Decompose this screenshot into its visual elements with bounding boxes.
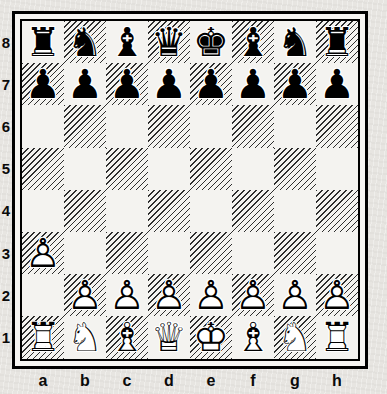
piece-white-knight[interactable]: ♞♘ <box>64 316 106 358</box>
piece-black-knight[interactable]: ♞♞ <box>64 21 106 63</box>
piece-black-pawn[interactable]: ♟♟ <box>190 63 232 105</box>
white-pawn-glyph: ♙ <box>148 275 190 315</box>
piece-backing: ♛ <box>148 22 190 62</box>
white-king-glyph: ♔ <box>190 317 232 357</box>
square-f4[interactable] <box>232 190 274 232</box>
piece-backing: ♟ <box>190 64 232 104</box>
square-b8[interactable]: ♞♞ <box>64 21 106 63</box>
square-f2[interactable]: ♟♙ <box>232 274 274 316</box>
square-b2[interactable]: ♟♙ <box>64 274 106 316</box>
square-c6[interactable] <box>106 105 148 147</box>
file-label-h: h <box>316 370 358 392</box>
piece-backing: ♜ <box>22 22 64 62</box>
white-knight-glyph: ♘ <box>274 317 316 357</box>
square-h2[interactable]: ♟♙ <box>316 274 358 316</box>
square-f5[interactable] <box>232 148 274 190</box>
black-pawn-glyph: ♟ <box>22 64 64 104</box>
black-knight-glyph: ♞ <box>64 22 106 62</box>
square-d2[interactable]: ♟♙ <box>148 274 190 316</box>
piece-backing: ♟ <box>106 64 148 104</box>
square-a7[interactable]: ♟♟ <box>22 63 64 105</box>
piece-white-king[interactable]: ♚♔ <box>190 316 232 358</box>
piece-backing: ♟ <box>232 275 274 315</box>
piece-white-pawn[interactable]: ♟♙ <box>64 274 106 316</box>
piece-black-rook[interactable]: ♜♜ <box>316 21 358 63</box>
piece-black-pawn[interactable]: ♟♟ <box>148 63 190 105</box>
square-g7[interactable]: ♟♟ <box>274 63 316 105</box>
piece-white-pawn[interactable]: ♟♙ <box>274 274 316 316</box>
piece-backing: ♞ <box>64 22 106 62</box>
square-h1[interactable]: ♜♖ <box>316 316 358 358</box>
piece-white-pawn[interactable]: ♟♙ <box>148 274 190 316</box>
piece-black-pawn[interactable]: ♟♟ <box>274 63 316 105</box>
piece-white-pawn[interactable]: ♟♙ <box>232 274 274 316</box>
white-pawn-glyph: ♙ <box>64 275 106 315</box>
piece-backing: ♜ <box>316 317 358 357</box>
piece-backing: ♝ <box>232 22 274 62</box>
square-c7[interactable]: ♟♟ <box>106 63 148 105</box>
piece-black-rook[interactable]: ♜♜ <box>22 21 64 63</box>
black-queen-glyph: ♛ <box>148 22 190 62</box>
piece-black-king[interactable]: ♚♚ <box>190 21 232 63</box>
piece-white-pawn[interactable]: ♟♙ <box>106 274 148 316</box>
square-a4[interactable] <box>22 190 64 232</box>
file-label-c: c <box>106 370 148 392</box>
square-c5[interactable] <box>106 148 148 190</box>
rank-label-5: 5 <box>0 148 12 190</box>
square-c1[interactable]: ♝♗ <box>106 316 148 358</box>
piece-backing: ♞ <box>274 22 316 62</box>
black-pawn-glyph: ♟ <box>316 64 358 104</box>
square-g4[interactable] <box>274 190 316 232</box>
piece-black-queen[interactable]: ♛♛ <box>148 21 190 63</box>
black-pawn-glyph: ♟ <box>148 64 190 104</box>
square-g2[interactable]: ♟♙ <box>274 274 316 316</box>
square-a8[interactable]: ♜♜ <box>22 21 64 63</box>
square-g3[interactable] <box>274 232 316 274</box>
board-frame: ♜♜♞♞♝♝♛♛♚♚♝♝♞♞♜♜♟♟♟♟♟♟♟♟♟♟♟♟♟♟♟♟♟♙♟♙♟♙♟♙… <box>12 11 368 369</box>
square-h4[interactable] <box>316 190 358 232</box>
piece-backing: ♟ <box>148 275 190 315</box>
piece-black-pawn[interactable]: ♟♟ <box>232 63 274 105</box>
square-d3[interactable] <box>148 232 190 274</box>
piece-black-pawn[interactable]: ♟♟ <box>316 63 358 105</box>
piece-white-bishop[interactable]: ♝♗ <box>232 316 274 358</box>
piece-black-bishop[interactable]: ♝♝ <box>106 21 148 63</box>
white-pawn-glyph: ♙ <box>274 275 316 315</box>
square-f3[interactable] <box>232 232 274 274</box>
square-e5[interactable] <box>190 148 232 190</box>
piece-black-pawn[interactable]: ♟♟ <box>106 63 148 105</box>
square-h8[interactable]: ♜♜ <box>316 21 358 63</box>
piece-white-rook[interactable]: ♜♖ <box>316 316 358 358</box>
piece-backing: ♜ <box>22 317 64 357</box>
square-e3[interactable] <box>190 232 232 274</box>
square-g6[interactable] <box>274 105 316 147</box>
black-pawn-glyph: ♟ <box>106 64 148 104</box>
white-pawn-glyph: ♙ <box>190 275 232 315</box>
piece-backing: ♚ <box>190 317 232 357</box>
square-b5[interactable] <box>64 148 106 190</box>
piece-backing: ♝ <box>232 317 274 357</box>
square-g5[interactable] <box>274 148 316 190</box>
piece-backing: ♟ <box>316 275 358 315</box>
piece-backing: ♟ <box>190 275 232 315</box>
piece-backing: ♞ <box>64 317 106 357</box>
rank-label-6: 6 <box>0 105 12 147</box>
rank-label-4: 4 <box>0 190 12 232</box>
piece-backing: ♞ <box>274 317 316 357</box>
square-c8[interactable]: ♝♝ <box>106 21 148 63</box>
piece-black-bishop[interactable]: ♝♝ <box>232 21 274 63</box>
piece-white-pawn[interactable]: ♟♙ <box>316 274 358 316</box>
white-bishop-glyph: ♗ <box>232 317 274 357</box>
piece-backing: ♝ <box>106 22 148 62</box>
square-a1[interactable]: ♜♖ <box>22 316 64 358</box>
piece-backing: ♟ <box>274 64 316 104</box>
white-pawn-glyph: ♙ <box>22 233 64 273</box>
piece-backing: ♝ <box>106 317 148 357</box>
square-a3[interactable]: ♟♙ <box>22 232 64 274</box>
chessboard[interactable]: ♜♜♞♞♝♝♛♛♚♚♝♝♞♞♜♜♟♟♟♟♟♟♟♟♟♟♟♟♟♟♟♟♟♙♟♙♟♙♟♙… <box>22 21 358 359</box>
square-f8[interactable]: ♝♝ <box>232 21 274 63</box>
square-d8[interactable]: ♛♛ <box>148 21 190 63</box>
black-pawn-glyph: ♟ <box>274 64 316 104</box>
white-pawn-glyph: ♙ <box>316 275 358 315</box>
piece-backing: ♟ <box>22 64 64 104</box>
square-a6[interactable] <box>22 105 64 147</box>
black-king-glyph: ♚ <box>190 22 232 62</box>
rank-label-1: 1 <box>0 316 12 358</box>
square-b1[interactable]: ♞♘ <box>64 316 106 358</box>
rank-label-8: 8 <box>0 21 12 63</box>
piece-white-knight[interactable]: ♞♘ <box>274 316 316 358</box>
piece-backing: ♜ <box>316 22 358 62</box>
square-d5[interactable] <box>148 148 190 190</box>
square-c3[interactable] <box>106 232 148 274</box>
square-d4[interactable] <box>148 190 190 232</box>
piece-backing: ♛ <box>148 317 190 357</box>
piece-white-bishop[interactable]: ♝♗ <box>106 316 148 358</box>
square-f1[interactable]: ♝♗ <box>232 316 274 358</box>
square-h6[interactable] <box>316 105 358 147</box>
black-pawn-glyph: ♟ <box>64 64 106 104</box>
rank-label-3: 3 <box>0 232 12 274</box>
file-label-b: b <box>64 370 106 392</box>
piece-backing: ♟ <box>22 233 64 273</box>
square-e1[interactable]: ♚♔ <box>190 316 232 358</box>
square-d6[interactable] <box>148 105 190 147</box>
square-c2[interactable]: ♟♙ <box>106 274 148 316</box>
square-b3[interactable] <box>64 232 106 274</box>
piece-backing: ♟ <box>316 64 358 104</box>
square-e7[interactable]: ♟♟ <box>190 63 232 105</box>
black-bishop-glyph: ♝ <box>106 22 148 62</box>
piece-black-knight[interactable]: ♞♞ <box>274 21 316 63</box>
square-h3[interactable] <box>316 232 358 274</box>
piece-backing: ♟ <box>232 64 274 104</box>
square-g1[interactable]: ♞♘ <box>274 316 316 358</box>
square-a5[interactable] <box>22 148 64 190</box>
square-e2[interactable]: ♟♙ <box>190 274 232 316</box>
file-label-e: e <box>190 370 232 392</box>
black-knight-glyph: ♞ <box>274 22 316 62</box>
black-pawn-glyph: ♟ <box>190 64 232 104</box>
piece-backing: ♟ <box>64 64 106 104</box>
square-h5[interactable] <box>316 148 358 190</box>
square-f6[interactable] <box>232 105 274 147</box>
square-h7[interactable]: ♟♟ <box>316 63 358 105</box>
square-c4[interactable] <box>106 190 148 232</box>
black-rook-glyph: ♜ <box>22 22 64 62</box>
file-label-a: a <box>22 370 64 392</box>
piece-backing: ♟ <box>64 275 106 315</box>
rank-label-2: 2 <box>0 274 12 316</box>
square-d7[interactable]: ♟♟ <box>148 63 190 105</box>
chess-diagram-page: 87654321 ♜♜♞♞♝♝♛♛♚♚♝♝♞♞♜♜♟♟♟♟♟♟♟♟♟♟♟♟♟♟♟… <box>0 0 387 394</box>
black-rook-glyph: ♜ <box>316 22 358 62</box>
square-e6[interactable] <box>190 105 232 147</box>
square-e8[interactable]: ♚♚ <box>190 21 232 63</box>
piece-white-pawn[interactable]: ♟♙ <box>190 274 232 316</box>
square-g8[interactable]: ♞♞ <box>274 21 316 63</box>
square-d1[interactable]: ♛♕ <box>148 316 190 358</box>
white-pawn-glyph: ♙ <box>232 275 274 315</box>
square-e4[interactable] <box>190 190 232 232</box>
piece-white-rook[interactable]: ♜♖ <box>22 316 64 358</box>
piece-backing: ♟ <box>106 275 148 315</box>
square-b6[interactable] <box>64 105 106 147</box>
piece-backing: ♚ <box>190 22 232 62</box>
piece-white-queen[interactable]: ♛♕ <box>148 316 190 358</box>
black-bishop-glyph: ♝ <box>232 22 274 62</box>
piece-black-pawn[interactable]: ♟♟ <box>64 63 106 105</box>
white-rook-glyph: ♖ <box>316 317 358 357</box>
black-pawn-glyph: ♟ <box>232 64 274 104</box>
square-a2[interactable] <box>22 274 64 316</box>
file-label-f: f <box>232 370 274 392</box>
square-b7[interactable]: ♟♟ <box>64 63 106 105</box>
piece-backing: ♟ <box>274 275 316 315</box>
board-inner-border: ♜♜♞♞♝♝♛♛♚♚♝♝♞♞♜♜♟♟♟♟♟♟♟♟♟♟♟♟♟♟♟♟♟♙♟♙♟♙♟♙… <box>20 19 360 361</box>
piece-black-pawn[interactable]: ♟♟ <box>22 63 64 105</box>
white-knight-glyph: ♘ <box>64 317 106 357</box>
file-label-d: d <box>148 370 190 392</box>
file-label-g: g <box>274 370 316 392</box>
piece-white-pawn[interactable]: ♟♙ <box>22 232 64 274</box>
square-f7[interactable]: ♟♟ <box>232 63 274 105</box>
white-rook-glyph: ♖ <box>22 317 64 357</box>
rank-label-7: 7 <box>0 63 12 105</box>
white-bishop-glyph: ♗ <box>106 317 148 357</box>
white-queen-glyph: ♕ <box>148 317 190 357</box>
white-pawn-glyph: ♙ <box>106 275 148 315</box>
file-labels: abcdefgh <box>22 370 358 392</box>
square-b4[interactable] <box>64 190 106 232</box>
piece-backing: ♟ <box>148 64 190 104</box>
